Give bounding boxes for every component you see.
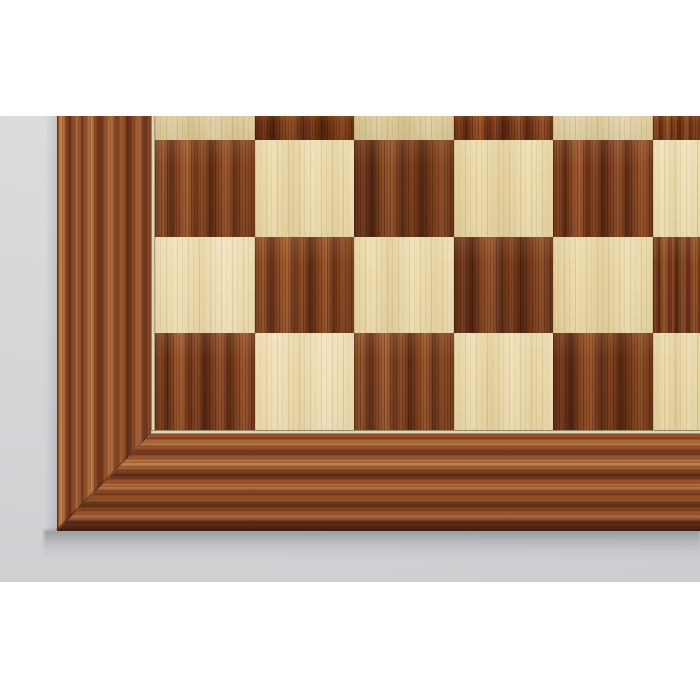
light-square bbox=[553, 237, 653, 333]
dark-square bbox=[155, 333, 255, 430]
board-frame-bottom-rail bbox=[57, 434, 700, 531]
dark-square bbox=[255, 116, 354, 140]
dark-square bbox=[553, 140, 653, 237]
photo-backdrop bbox=[0, 116, 700, 582]
dark-square bbox=[354, 333, 454, 430]
light-square bbox=[553, 116, 653, 140]
dark-square bbox=[553, 333, 653, 430]
light-square bbox=[155, 237, 255, 333]
light-square bbox=[255, 333, 354, 430]
light-square bbox=[653, 140, 700, 237]
board-left-shadow bbox=[45, 116, 57, 530]
product-photo-page: { "game": "chess", "scene": "empty woode… bbox=[0, 0, 700, 700]
squares-grid bbox=[155, 116, 700, 430]
light-square bbox=[354, 237, 454, 333]
board-drop-shadow bbox=[44, 530, 700, 560]
light-square bbox=[454, 333, 553, 430]
dark-square bbox=[454, 116, 553, 140]
dark-square bbox=[454, 237, 553, 333]
dark-square bbox=[255, 237, 354, 333]
light-square bbox=[255, 140, 354, 237]
dark-square bbox=[354, 140, 454, 237]
dark-square bbox=[155, 140, 255, 237]
light-square bbox=[155, 116, 255, 140]
inlay-line-horizontal bbox=[151, 430, 700, 434]
dark-square bbox=[653, 237, 700, 333]
light-square bbox=[354, 116, 454, 140]
light-square bbox=[653, 333, 700, 430]
light-square bbox=[454, 140, 553, 237]
dark-square bbox=[653, 116, 700, 140]
